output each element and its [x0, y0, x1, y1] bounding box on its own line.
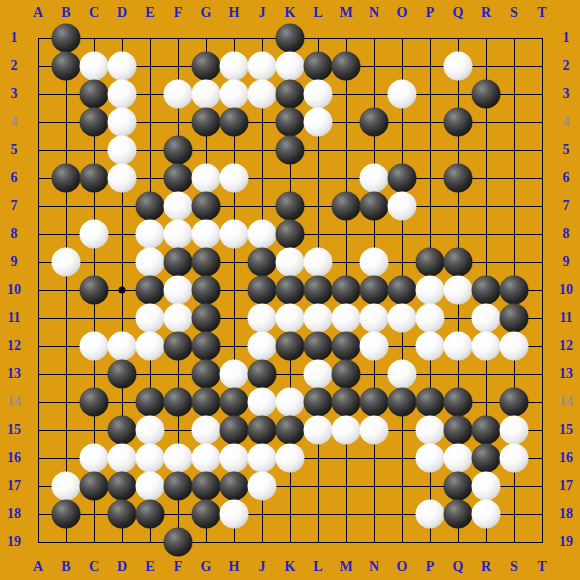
stone-black-G18[interactable]	[192, 500, 221, 529]
col-label-top-H: H	[229, 6, 240, 20]
stone-white-P18[interactable]	[416, 500, 445, 529]
col-label-top-K: K	[285, 6, 296, 20]
stone-white-O13[interactable]	[388, 360, 417, 389]
stone-white-S16[interactable]	[500, 444, 529, 473]
stone-white-E12[interactable]	[136, 332, 165, 361]
stone-black-G14[interactable]	[192, 388, 221, 417]
stone-black-Q9[interactable]	[444, 248, 473, 277]
stone-white-N6[interactable]	[360, 164, 389, 193]
row-label-right-12: 12	[559, 339, 573, 353]
stone-black-G11[interactable]	[192, 304, 221, 333]
stone-black-Q14[interactable]	[444, 388, 473, 417]
col-label-top-R: R	[481, 6, 491, 20]
stone-black-L12[interactable]	[304, 332, 333, 361]
row-label-left-5: 5	[11, 143, 18, 157]
stone-white-G6[interactable]	[192, 164, 221, 193]
col-label-bottom-A: A	[33, 560, 43, 574]
stone-black-D15[interactable]	[108, 416, 137, 445]
col-label-bottom-T: T	[537, 560, 546, 574]
stone-white-O3[interactable]	[388, 80, 417, 109]
stone-black-C10[interactable]	[80, 276, 109, 305]
stone-white-G3[interactable]	[192, 80, 221, 109]
stone-white-E15[interactable]	[136, 416, 165, 445]
stone-white-O7[interactable]	[388, 192, 417, 221]
stone-white-J11[interactable]	[248, 304, 277, 333]
row-label-left-8: 8	[11, 227, 18, 241]
stone-black-C4[interactable]	[80, 108, 109, 137]
row-label-left-18: 18	[7, 507, 21, 521]
stone-black-P9[interactable]	[416, 248, 445, 277]
row-label-right-15: 15	[559, 423, 573, 437]
stone-white-H6[interactable]	[220, 164, 249, 193]
stone-white-J2[interactable]	[248, 52, 277, 81]
stone-black-D17[interactable]	[108, 472, 137, 501]
stone-black-H15[interactable]	[220, 416, 249, 445]
stone-white-H13[interactable]	[220, 360, 249, 389]
stone-black-E18[interactable]	[136, 500, 165, 529]
row-label-right-17: 17	[559, 479, 573, 493]
stone-white-J16[interactable]	[248, 444, 277, 473]
stone-black-F12[interactable]	[164, 332, 193, 361]
row-label-left-11: 11	[7, 311, 20, 325]
stone-white-D6[interactable]	[108, 164, 137, 193]
stone-black-K10[interactable]	[276, 276, 305, 305]
stone-black-N7[interactable]	[360, 192, 389, 221]
stone-black-E10[interactable]	[136, 276, 165, 305]
row-label-left-3: 3	[11, 87, 18, 101]
stone-white-Q16[interactable]	[444, 444, 473, 473]
stone-white-B9[interactable]	[52, 248, 81, 277]
star-point-D10	[119, 287, 126, 294]
stone-black-L2[interactable]	[304, 52, 333, 81]
stone-white-F7[interactable]	[164, 192, 193, 221]
row-label-right-14: 14	[559, 395, 573, 409]
row-label-left-16: 16	[7, 451, 21, 465]
stone-white-P16[interactable]	[416, 444, 445, 473]
stone-black-R16[interactable]	[472, 444, 501, 473]
stone-black-J13[interactable]	[248, 360, 277, 389]
stone-black-H17[interactable]	[220, 472, 249, 501]
row-label-right-11: 11	[559, 311, 572, 325]
stone-white-K14[interactable]	[276, 388, 305, 417]
col-label-top-B: B	[61, 6, 70, 20]
stone-white-K11[interactable]	[276, 304, 305, 333]
stone-black-F19[interactable]	[164, 528, 193, 557]
stone-black-N4[interactable]	[360, 108, 389, 137]
row-label-right-16: 16	[559, 451, 573, 465]
stone-black-S14[interactable]	[500, 388, 529, 417]
col-label-top-N: N	[369, 6, 379, 20]
col-label-top-D: D	[117, 6, 127, 20]
stone-white-C12[interactable]	[80, 332, 109, 361]
col-label-top-M: M	[339, 6, 352, 20]
stone-black-C14[interactable]	[80, 388, 109, 417]
stone-black-Q6[interactable]	[444, 164, 473, 193]
stone-black-F14[interactable]	[164, 388, 193, 417]
stone-white-R12[interactable]	[472, 332, 501, 361]
col-label-top-E: E	[145, 6, 154, 20]
stone-white-L11[interactable]	[304, 304, 333, 333]
stone-black-G9[interactable]	[192, 248, 221, 277]
stone-black-C17[interactable]	[80, 472, 109, 501]
stone-white-S15[interactable]	[500, 416, 529, 445]
stone-white-Q12[interactable]	[444, 332, 473, 361]
stone-black-C6[interactable]	[80, 164, 109, 193]
stone-black-J10[interactable]	[248, 276, 277, 305]
stone-white-D16[interactable]	[108, 444, 137, 473]
stone-black-M13[interactable]	[332, 360, 361, 389]
stone-white-S12[interactable]	[500, 332, 529, 361]
stone-black-Q17[interactable]	[444, 472, 473, 501]
stone-black-K8[interactable]	[276, 220, 305, 249]
col-label-top-L: L	[313, 6, 322, 20]
row-label-left-1: 1	[11, 31, 18, 45]
stone-white-E17[interactable]	[136, 472, 165, 501]
col-label-top-P: P	[426, 6, 435, 20]
col-label-bottom-H: H	[229, 560, 240, 574]
stone-black-O14[interactable]	[388, 388, 417, 417]
col-label-bottom-C: C	[89, 560, 99, 574]
stone-white-H16[interactable]	[220, 444, 249, 473]
stone-black-S11[interactable]	[500, 304, 529, 333]
stone-black-F17[interactable]	[164, 472, 193, 501]
stone-white-N11[interactable]	[360, 304, 389, 333]
stone-black-R3[interactable]	[472, 80, 501, 109]
stone-black-L14[interactable]	[304, 388, 333, 417]
stone-black-E7[interactable]	[136, 192, 165, 221]
row-label-left-9: 9	[11, 255, 18, 269]
stone-black-Q15[interactable]	[444, 416, 473, 445]
row-label-left-15: 15	[7, 423, 21, 437]
row-label-right-6: 6	[563, 171, 570, 185]
stone-black-K3[interactable]	[276, 80, 305, 109]
stone-black-N10[interactable]	[360, 276, 389, 305]
stone-black-E14[interactable]	[136, 388, 165, 417]
stone-white-H3[interactable]	[220, 80, 249, 109]
stone-black-S10[interactable]	[500, 276, 529, 305]
stone-white-Q2[interactable]	[444, 52, 473, 81]
col-label-top-S: S	[510, 6, 518, 20]
col-label-bottom-K: K	[285, 560, 296, 574]
stone-white-F16[interactable]	[164, 444, 193, 473]
col-label-bottom-G: G	[201, 560, 212, 574]
stone-white-J3[interactable]	[248, 80, 277, 109]
stone-white-R11[interactable]	[472, 304, 501, 333]
stone-black-Q4[interactable]	[444, 108, 473, 137]
stone-white-E16[interactable]	[136, 444, 165, 473]
row-label-right-5: 5	[563, 143, 570, 157]
stone-white-D5[interactable]	[108, 136, 137, 165]
row-label-right-10: 10	[559, 283, 573, 297]
row-label-left-12: 12	[7, 339, 21, 353]
stone-black-M2[interactable]	[332, 52, 361, 81]
stone-white-P12[interactable]	[416, 332, 445, 361]
col-label-bottom-D: D	[117, 560, 127, 574]
stone-white-E11[interactable]	[136, 304, 165, 333]
stone-black-N14[interactable]	[360, 388, 389, 417]
row-label-right-4: 4	[563, 115, 570, 129]
stone-white-R18[interactable]	[472, 500, 501, 529]
stone-black-H14[interactable]	[220, 388, 249, 417]
col-label-top-C: C	[89, 6, 99, 20]
stone-black-G10[interactable]	[192, 276, 221, 305]
stone-white-G16[interactable]	[192, 444, 221, 473]
col-label-bottom-M: M	[339, 560, 352, 574]
row-label-left-4: 4	[11, 115, 18, 129]
stone-black-D18[interactable]	[108, 500, 137, 529]
row-label-right-1: 1	[563, 31, 570, 45]
stone-black-G17[interactable]	[192, 472, 221, 501]
stone-white-H8[interactable]	[220, 220, 249, 249]
row-label-left-14: 14	[7, 395, 21, 409]
col-label-bottom-Q: Q	[453, 560, 464, 574]
stone-black-K5[interactable]	[276, 136, 305, 165]
stone-white-F8[interactable]	[164, 220, 193, 249]
stone-black-G2[interactable]	[192, 52, 221, 81]
row-label-right-18: 18	[559, 507, 573, 521]
stone-white-G8[interactable]	[192, 220, 221, 249]
row-label-right-7: 7	[563, 199, 570, 213]
col-label-top-F: F	[174, 6, 183, 20]
stone-white-P10[interactable]	[416, 276, 445, 305]
stone-white-G15[interactable]	[192, 416, 221, 445]
stone-black-C3[interactable]	[80, 80, 109, 109]
col-label-bottom-N: N	[369, 560, 379, 574]
stone-white-L15[interactable]	[304, 416, 333, 445]
stone-black-M10[interactable]	[332, 276, 361, 305]
row-label-right-9: 9	[563, 255, 570, 269]
stone-white-L9[interactable]	[304, 248, 333, 277]
stone-white-P15[interactable]	[416, 416, 445, 445]
stone-black-G4[interactable]	[192, 108, 221, 137]
col-label-top-A: A	[33, 6, 43, 20]
row-label-left-10: 10	[7, 283, 21, 297]
col-label-bottom-L: L	[313, 560, 322, 574]
stone-white-J14[interactable]	[248, 388, 277, 417]
stone-white-H2[interactable]	[220, 52, 249, 81]
stone-white-D4[interactable]	[108, 108, 137, 137]
stone-white-H18[interactable]	[220, 500, 249, 529]
stone-black-J9[interactable]	[248, 248, 277, 277]
stone-black-K12[interactable]	[276, 332, 305, 361]
stone-black-D13[interactable]	[108, 360, 137, 389]
row-label-right-8: 8	[563, 227, 570, 241]
stone-black-K15[interactable]	[276, 416, 305, 445]
stone-white-N12[interactable]	[360, 332, 389, 361]
col-label-top-Q: Q	[453, 6, 464, 20]
go-board: AABBCCDDEEFFGGHHJJKKLLMMNNOOPPQQRRSSTT11…	[0, 0, 580, 580]
col-label-bottom-B: B	[61, 560, 70, 574]
stone-black-K4[interactable]	[276, 108, 305, 137]
col-label-bottom-P: P	[426, 560, 435, 574]
stone-white-J8[interactable]	[248, 220, 277, 249]
row-label-left-2: 2	[11, 59, 18, 73]
stone-black-B2[interactable]	[52, 52, 81, 81]
row-label-right-19: 19	[559, 535, 573, 549]
stone-white-D3[interactable]	[108, 80, 137, 109]
stone-black-G13[interactable]	[192, 360, 221, 389]
stone-white-N15[interactable]	[360, 416, 389, 445]
col-label-bottom-J: J	[259, 560, 266, 574]
row-label-left-17: 17	[7, 479, 21, 493]
stone-white-C2[interactable]	[80, 52, 109, 81]
col-label-bottom-F: F	[174, 560, 183, 574]
stone-white-M15[interactable]	[332, 416, 361, 445]
col-label-bottom-O: O	[397, 560, 408, 574]
stone-white-P11[interactable]	[416, 304, 445, 333]
stone-black-F6[interactable]	[164, 164, 193, 193]
stone-white-E9[interactable]	[136, 248, 165, 277]
stone-white-C8[interactable]	[80, 220, 109, 249]
stone-white-L13[interactable]	[304, 360, 333, 389]
stone-white-J12[interactable]	[248, 332, 277, 361]
stone-white-L4[interactable]	[304, 108, 333, 137]
stone-black-G12[interactable]	[192, 332, 221, 361]
stone-black-B6[interactable]	[52, 164, 81, 193]
col-label-top-G: G	[201, 6, 212, 20]
stone-white-F11[interactable]	[164, 304, 193, 333]
col-label-bottom-E: E	[145, 560, 154, 574]
stone-white-D12[interactable]	[108, 332, 137, 361]
stone-black-R15[interactable]	[472, 416, 501, 445]
stone-white-C16[interactable]	[80, 444, 109, 473]
stone-black-F9[interactable]	[164, 248, 193, 277]
stone-white-D2[interactable]	[108, 52, 137, 81]
row-label-right-13: 13	[559, 367, 573, 381]
row-label-right-3: 3	[563, 87, 570, 101]
stone-white-Q10[interactable]	[444, 276, 473, 305]
stone-white-K9[interactable]	[276, 248, 305, 277]
row-label-right-2: 2	[563, 59, 570, 73]
stone-black-H4[interactable]	[220, 108, 249, 137]
stone-black-B18[interactable]	[52, 500, 81, 529]
row-label-left-19: 19	[7, 535, 21, 549]
stone-white-M11[interactable]	[332, 304, 361, 333]
stone-white-J17[interactable]	[248, 472, 277, 501]
stone-white-L3[interactable]	[304, 80, 333, 109]
stone-black-L10[interactable]	[304, 276, 333, 305]
stone-black-M14[interactable]	[332, 388, 361, 417]
col-label-top-T: T	[537, 6, 546, 20]
stone-black-O6[interactable]	[388, 164, 417, 193]
stone-white-R17[interactable]	[472, 472, 501, 501]
stone-white-N9[interactable]	[360, 248, 389, 277]
stone-white-F3[interactable]	[164, 80, 193, 109]
stone-white-O11[interactable]	[388, 304, 417, 333]
col-label-top-O: O	[397, 6, 408, 20]
stone-black-R10[interactable]	[472, 276, 501, 305]
stone-black-G7[interactable]	[192, 192, 221, 221]
col-label-top-J: J	[259, 6, 266, 20]
stone-white-F10[interactable]	[164, 276, 193, 305]
stone-black-O10[interactable]	[388, 276, 417, 305]
row-label-left-6: 6	[11, 171, 18, 185]
row-label-left-13: 13	[7, 367, 21, 381]
stone-black-F5[interactable]	[164, 136, 193, 165]
stone-black-J15[interactable]	[248, 416, 277, 445]
stone-black-M7[interactable]	[332, 192, 361, 221]
stone-black-K1[interactable]	[276, 24, 305, 53]
stone-white-K2[interactable]	[276, 52, 305, 81]
stone-black-P14[interactable]	[416, 388, 445, 417]
stone-black-Q18[interactable]	[444, 500, 473, 529]
col-label-bottom-R: R	[481, 560, 491, 574]
stone-black-K7[interactable]	[276, 192, 305, 221]
col-label-bottom-S: S	[510, 560, 518, 574]
stone-black-M12[interactable]	[332, 332, 361, 361]
row-label-left-7: 7	[11, 199, 18, 213]
stone-white-B17[interactable]	[52, 472, 81, 501]
stone-black-B1[interactable]	[52, 24, 81, 53]
stone-white-E8[interactable]	[136, 220, 165, 249]
stone-white-K16[interactable]	[276, 444, 305, 473]
